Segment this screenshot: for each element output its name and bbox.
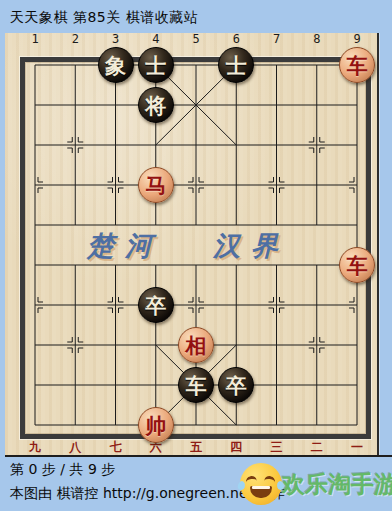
board-bottom-divider — [5, 455, 392, 457]
top-coord-label: 2 — [64, 32, 86, 46]
laughing-emoji-icon — [240, 463, 282, 505]
piece-red-elephant[interactable]: 相 — [178, 327, 214, 363]
top-coord-label: 9 — [346, 32, 368, 46]
piece-black-general[interactable]: 将 — [138, 87, 174, 123]
bottom-coord-label: 八 — [64, 439, 86, 456]
bottom-coord-label: 五 — [185, 439, 207, 456]
bottom-coord-label: 一 — [346, 439, 368, 456]
piece-black-chariot[interactable]: 车 — [178, 367, 214, 403]
river-label-right: 汉界 — [213, 228, 289, 264]
piece-red-chariot[interactable]: 车 — [339, 47, 375, 83]
top-coord-label: 4 — [145, 32, 167, 46]
piece-red-chariot[interactable]: 车 — [339, 247, 375, 283]
top-coord-label: 7 — [266, 32, 288, 46]
top-coord-label: 1 — [24, 32, 46, 46]
top-coord-label: 3 — [105, 32, 127, 46]
xiangqi-board[interactable]: 楚河 汉界 123456789九八七六五四三二一象士士车将马车卒相车卒帅 — [5, 33, 379, 455]
top-coord-label: 6 — [225, 32, 247, 46]
watermark-text: 欢乐淘手游 — [282, 469, 392, 500]
page-title: 天天象棋 第85关 棋谱收藏站 — [10, 9, 198, 27]
piece-black-advisor[interactable]: 士 — [218, 47, 254, 83]
watermark: 欢乐淘手游 — [238, 459, 392, 507]
piece-black-elephant[interactable]: 象 — [98, 47, 134, 83]
top-coord-label: 5 — [185, 32, 207, 46]
bottom-coord-label: 九 — [24, 439, 46, 456]
app-window: 天天象棋 第85关 棋谱收藏站 楚河 汉界 123456789九八七六五四三二一… — [0, 0, 392, 511]
top-coord-label: 8 — [306, 32, 328, 46]
river-label-left: 楚河 — [87, 228, 163, 264]
piece-black-soldier[interactable]: 卒 — [218, 367, 254, 403]
bottom-coord-label: 二 — [306, 439, 328, 456]
piece-black-soldier[interactable]: 卒 — [138, 287, 174, 323]
emoji-mouth — [250, 486, 272, 498]
bottom-coord-label: 四 — [225, 439, 247, 456]
emoji-tear-left — [237, 480, 246, 490]
bottom-coord-label: 三 — [266, 439, 288, 456]
piece-red-horse[interactable]: 马 — [138, 167, 174, 203]
piece-black-advisor[interactable]: 士 — [138, 47, 174, 83]
bottom-coord-label: 七 — [105, 439, 127, 456]
move-counter: 第 0 步 / 共 9 步 — [10, 461, 115, 479]
piece-red-general[interactable]: 帅 — [138, 407, 174, 443]
